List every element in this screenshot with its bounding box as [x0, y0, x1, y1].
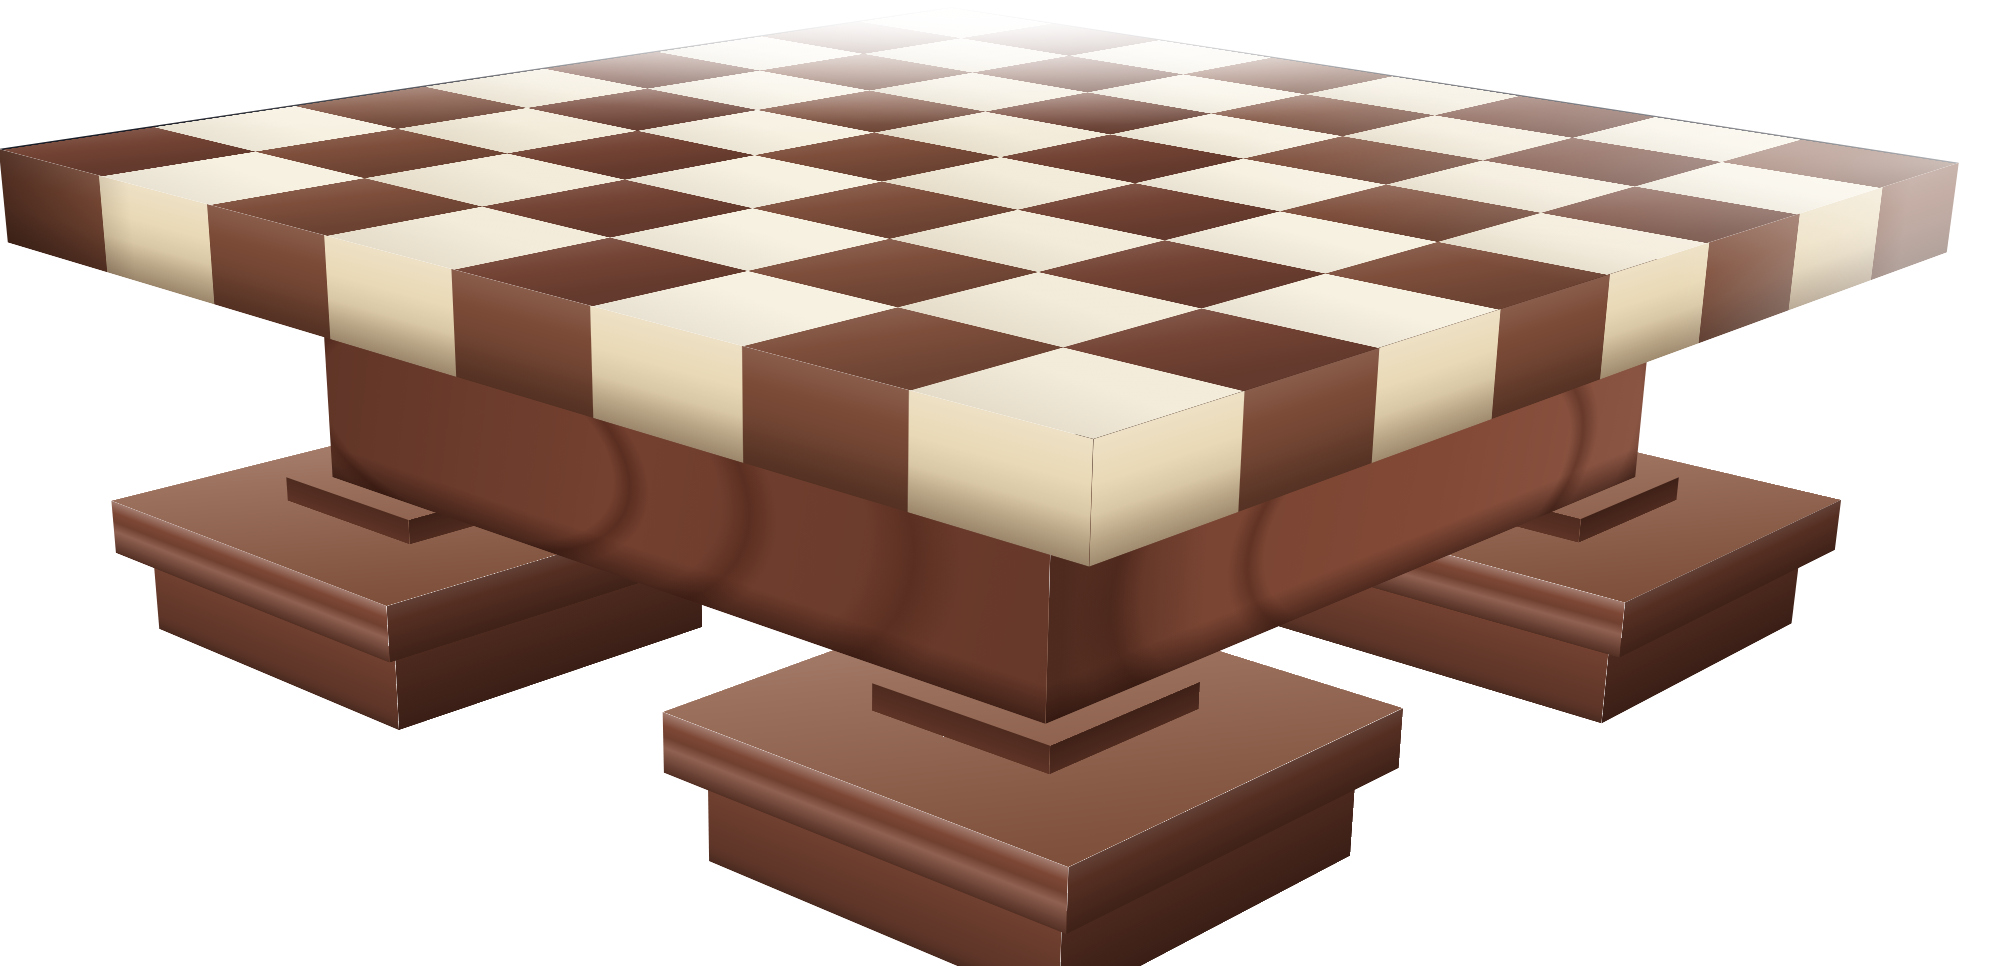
photo-canvas [0, 0, 2000, 966]
board-top [0, 7, 1959, 439]
scene-camera [0, 0, 2000, 966]
photo-transform [0, 0, 2000, 966]
